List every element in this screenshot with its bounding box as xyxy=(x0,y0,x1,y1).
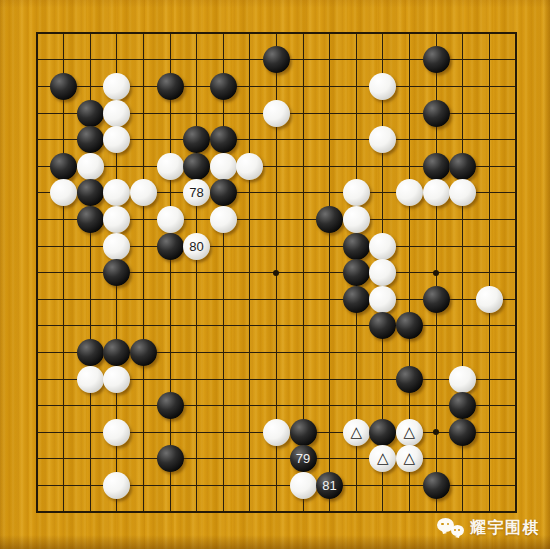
black-stone xyxy=(183,126,210,153)
black-stone xyxy=(103,339,130,366)
white-stone xyxy=(103,419,130,446)
black-stone xyxy=(50,153,77,180)
black-stone xyxy=(77,206,104,233)
black-stone xyxy=(316,206,343,233)
white-stone xyxy=(290,472,317,499)
move-number-label: 78 xyxy=(189,186,203,199)
black-stone xyxy=(449,419,476,446)
white-stone: △ xyxy=(396,419,423,446)
black-stone xyxy=(50,73,77,100)
white-stone xyxy=(343,179,370,206)
triangle-mark-icon: △ xyxy=(404,451,416,466)
black-stone xyxy=(423,153,450,180)
white-stone xyxy=(157,153,184,180)
black-stone xyxy=(423,46,450,73)
white-stone xyxy=(103,472,130,499)
white-stone xyxy=(476,286,503,313)
white-stone xyxy=(423,179,450,206)
black-stone xyxy=(423,472,450,499)
black-stone xyxy=(423,286,450,313)
white-stone: △ xyxy=(343,419,370,446)
black-stone xyxy=(396,366,423,393)
white-stone xyxy=(103,233,130,260)
black-stone xyxy=(157,392,184,419)
watermark: 耀宇围棋 xyxy=(437,517,540,540)
white-stone xyxy=(369,233,396,260)
black-stone xyxy=(77,100,104,127)
move-number-label: 79 xyxy=(296,452,310,465)
white-stone xyxy=(343,206,370,233)
triangle-mark-icon: △ xyxy=(377,451,389,466)
black-stone: 81 xyxy=(316,472,343,499)
white-stone xyxy=(263,100,290,127)
white-stone xyxy=(103,366,130,393)
white-stone xyxy=(103,206,130,233)
move-number-label: 80 xyxy=(189,240,203,253)
black-stone xyxy=(343,286,370,313)
black-stone xyxy=(449,153,476,180)
white-stone xyxy=(103,100,130,127)
star-point xyxy=(433,270,439,276)
go-board: 7880△△79△△81 xyxy=(0,0,550,549)
black-stone xyxy=(290,419,317,446)
white-stone: △ xyxy=(396,445,423,472)
white-stone xyxy=(77,366,104,393)
black-stone xyxy=(157,233,184,260)
black-stone xyxy=(343,233,370,260)
black-stone xyxy=(423,100,450,127)
white-stone xyxy=(396,179,423,206)
watermark-text: 耀宇围棋 xyxy=(470,518,540,539)
black-stone xyxy=(77,339,104,366)
black-stone xyxy=(263,46,290,73)
triangle-mark-icon: △ xyxy=(350,425,362,440)
white-stone xyxy=(157,206,184,233)
black-stone xyxy=(157,73,184,100)
white-stone xyxy=(369,73,396,100)
white-stone xyxy=(210,153,237,180)
black-stone xyxy=(183,153,210,180)
black-stone xyxy=(77,126,104,153)
black-stone xyxy=(396,312,423,339)
black-stone xyxy=(210,73,237,100)
black-stone xyxy=(157,445,184,472)
black-stone xyxy=(210,126,237,153)
white-stone xyxy=(103,73,130,100)
white-stone xyxy=(263,419,290,446)
white-stone xyxy=(210,206,237,233)
black-stone xyxy=(210,179,237,206)
triangle-mark-icon: △ xyxy=(404,425,416,440)
white-stone xyxy=(77,153,104,180)
go-diagram: 7880△△79△△81 耀宇围棋 xyxy=(0,0,550,549)
black-stone xyxy=(130,339,157,366)
white-stone xyxy=(369,286,396,313)
white-stone xyxy=(130,179,157,206)
move-number-label: 81 xyxy=(322,479,336,492)
white-stone: 80 xyxy=(183,233,210,260)
black-stone: 79 xyxy=(290,445,317,472)
black-stone xyxy=(369,419,396,446)
wechat-icon xyxy=(437,517,464,540)
black-stone xyxy=(449,392,476,419)
black-stone xyxy=(343,259,370,286)
white-stone xyxy=(449,366,476,393)
black-stone xyxy=(77,179,104,206)
white-stone xyxy=(236,153,263,180)
